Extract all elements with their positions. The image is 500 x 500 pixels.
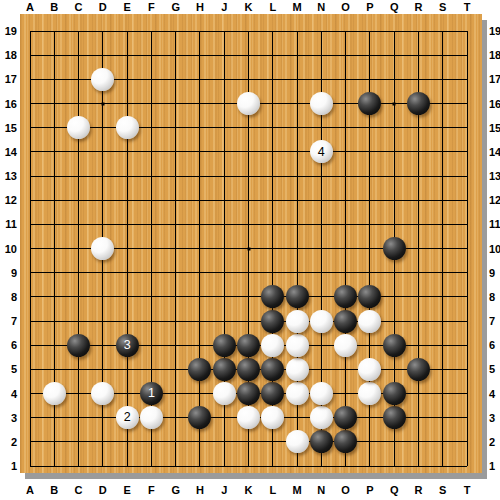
row-label-left-9: 9	[0, 267, 17, 279]
row-label-right-18: 18	[489, 49, 500, 61]
go-diagram-page: 3124 AABBCCDDEEFFGGHHJJKKLLMMNNOOPPQQRRS…	[0, 0, 500, 500]
col-label-top-b: B	[50, 1, 58, 13]
col-label-bottom-g: G	[171, 484, 180, 496]
stone-black-c6	[67, 334, 90, 357]
row-label-left-18: 18	[0, 49, 17, 61]
stone-white-m2	[286, 430, 309, 453]
stone-black-f4: 1	[140, 382, 163, 405]
row-label-left-7: 7	[0, 315, 17, 327]
row-label-left-19: 19	[0, 25, 17, 37]
col-label-bottom-k: K	[245, 484, 253, 496]
stone-black-r16	[407, 92, 430, 115]
row-label-left-10: 10	[0, 243, 17, 255]
col-label-top-o: O	[341, 1, 350, 13]
stone-white-n14: 4	[310, 140, 333, 163]
stone-white-k3	[237, 406, 260, 429]
col-label-top-s: S	[439, 1, 446, 13]
stone-black-q10	[383, 237, 406, 260]
stone-black-l5	[261, 358, 284, 381]
col-label-top-f: F	[148, 1, 155, 13]
col-label-bottom-t: T	[464, 484, 471, 496]
row-label-right-1: 1	[489, 460, 495, 472]
row-label-right-11: 11	[489, 218, 500, 230]
row-label-right-12: 12	[489, 194, 500, 206]
row-label-left-4: 4	[0, 388, 17, 400]
row-label-left-8: 8	[0, 291, 17, 303]
move-number-label: 3	[124, 339, 131, 352]
col-label-bottom-e: E	[123, 484, 130, 496]
row-label-right-9: 9	[489, 267, 495, 279]
stone-white-l6	[261, 334, 284, 357]
star-point-k10	[247, 247, 250, 250]
row-label-right-19: 19	[489, 25, 500, 37]
col-label-bottom-l: L	[269, 484, 276, 496]
stone-white-n3	[310, 406, 333, 429]
col-label-bottom-o: O	[341, 484, 350, 496]
stone-black-m8	[286, 285, 309, 308]
col-label-top-j: J	[221, 1, 227, 13]
row-label-left-11: 11	[0, 218, 17, 230]
col-label-top-e: E	[123, 1, 130, 13]
row-label-right-6: 6	[489, 339, 495, 351]
col-label-bottom-j: J	[221, 484, 227, 496]
row-label-right-10: 10	[489, 243, 500, 255]
col-label-top-g: G	[171, 1, 180, 13]
col-label-top-t: T	[464, 1, 471, 13]
stone-white-b4	[43, 382, 66, 405]
stone-white-m5	[286, 358, 309, 381]
stone-white-m6	[286, 334, 309, 357]
row-label-left-3: 3	[0, 412, 17, 424]
col-label-top-a: A	[26, 1, 34, 13]
row-label-right-7: 7	[489, 315, 495, 327]
stone-black-k6	[237, 334, 260, 357]
col-label-bottom-m: M	[292, 484, 301, 496]
row-label-left-16: 16	[0, 98, 17, 110]
row-label-right-15: 15	[489, 122, 500, 134]
col-label-bottom-s: S	[439, 484, 446, 496]
row-label-right-13: 13	[489, 170, 500, 182]
col-label-bottom-f: F	[148, 484, 155, 496]
stone-white-e15	[116, 116, 139, 139]
col-label-bottom-q: Q	[390, 484, 399, 496]
col-label-top-d: D	[99, 1, 107, 13]
stone-white-p7	[358, 310, 381, 333]
star-point-q16	[393, 102, 396, 105]
col-label-bottom-d: D	[99, 484, 107, 496]
col-label-top-n: N	[317, 1, 325, 13]
stone-white-n16	[310, 92, 333, 115]
col-label-top-l: L	[269, 1, 276, 13]
stone-black-o7	[334, 310, 357, 333]
stone-black-l7	[261, 310, 284, 333]
stone-white-o6	[334, 334, 357, 357]
row-label-right-17: 17	[489, 73, 500, 85]
stone-white-n7	[310, 310, 333, 333]
stone-black-k5	[237, 358, 260, 381]
col-label-bottom-h: H	[196, 484, 204, 496]
row-label-left-14: 14	[0, 146, 17, 158]
stone-white-m7	[286, 310, 309, 333]
stone-black-j5	[213, 358, 236, 381]
col-label-top-m: M	[292, 1, 301, 13]
row-label-right-4: 4	[489, 388, 495, 400]
row-label-left-1: 1	[0, 460, 17, 472]
stone-black-q6	[383, 334, 406, 357]
row-label-right-16: 16	[489, 98, 500, 110]
stone-black-n2	[310, 430, 333, 453]
col-label-bottom-b: B	[50, 484, 58, 496]
move-number-label: 1	[148, 387, 155, 400]
col-label-top-q: Q	[390, 1, 399, 13]
stone-white-m4	[286, 382, 309, 405]
stone-white-k16	[237, 92, 260, 115]
stone-white-j4	[213, 382, 236, 405]
col-label-top-c: C	[75, 1, 83, 13]
col-label-bottom-r: R	[414, 484, 422, 496]
stone-white-e3: 2	[116, 406, 139, 429]
col-label-top-p: P	[366, 1, 373, 13]
row-label-left-12: 12	[0, 194, 17, 206]
col-label-top-r: R	[414, 1, 422, 13]
move-number-label: 4	[318, 146, 325, 159]
row-label-right-5: 5	[489, 363, 495, 375]
stone-black-q4	[383, 382, 406, 405]
col-label-bottom-n: N	[317, 484, 325, 496]
row-label-left-5: 5	[0, 363, 17, 375]
row-label-left-6: 6	[0, 339, 17, 351]
row-label-left-17: 17	[0, 73, 17, 85]
stone-white-d17	[91, 68, 114, 91]
col-label-bottom-p: P	[366, 484, 373, 496]
col-label-top-h: H	[196, 1, 204, 13]
row-label-right-3: 3	[489, 412, 495, 424]
col-label-bottom-a: A	[26, 484, 34, 496]
row-label-left-13: 13	[0, 170, 17, 182]
row-label-right-14: 14	[489, 146, 500, 158]
stone-black-q3	[383, 406, 406, 429]
stone-black-r5	[407, 358, 430, 381]
row-label-left-2: 2	[0, 436, 17, 448]
move-number-label: 2	[124, 411, 131, 424]
row-label-right-8: 8	[489, 291, 495, 303]
row-label-right-2: 2	[489, 436, 495, 448]
col-label-bottom-c: C	[75, 484, 83, 496]
row-label-left-15: 15	[0, 122, 17, 134]
star-point-d16	[101, 102, 104, 105]
stone-black-j6	[213, 334, 236, 357]
col-label-top-k: K	[245, 1, 253, 13]
stone-black-e6: 3	[116, 334, 139, 357]
stone-black-k4	[237, 382, 260, 405]
stone-white-n4	[310, 382, 333, 405]
stone-white-f3	[140, 406, 163, 429]
